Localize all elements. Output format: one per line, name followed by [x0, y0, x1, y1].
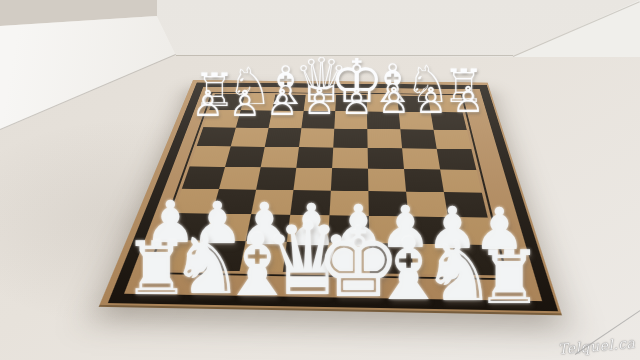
square-d4[interactable] — [293, 168, 332, 191]
square-c5[interactable] — [261, 147, 299, 168]
piece-clear-pawn-a7[interactable]: ♙ — [190, 86, 226, 122]
square-g4[interactable] — [404, 169, 444, 192]
square-h6[interactable] — [434, 130, 472, 149]
square-h5[interactable] — [437, 149, 477, 170]
piece-clear-pawn-f7[interactable]: ♙ — [376, 83, 412, 119]
square-b5[interactable] — [225, 146, 265, 167]
square-a5[interactable] — [190, 146, 231, 167]
square-c6[interactable] — [265, 128, 302, 147]
piece-clear-pawn-d7[interactable]: ♙ — [301, 84, 337, 120]
square-a6[interactable] — [197, 127, 236, 146]
square-b6[interactable] — [231, 128, 269, 147]
square-e4[interactable] — [331, 168, 369, 191]
square-c4[interactable] — [256, 167, 296, 190]
square-e6[interactable] — [333, 129, 367, 148]
square-a4[interactable] — [182, 166, 225, 189]
piece-clear-pawn-c7[interactable]: ♙ — [264, 85, 300, 121]
square-b4[interactable] — [219, 167, 261, 190]
square-f4[interactable] — [368, 169, 406, 192]
square-g5[interactable] — [402, 148, 440, 169]
square-f6[interactable] — [367, 129, 402, 148]
square-d6[interactable] — [299, 128, 334, 147]
square-h4[interactable] — [440, 169, 482, 192]
square-e5[interactable] — [332, 148, 368, 169]
piece-clear-pawn-b7[interactable]: ♙ — [227, 86, 263, 122]
square-f5[interactable] — [368, 148, 404, 169]
piece-frosted-rook-h1[interactable]: ♜ — [472, 240, 546, 314]
piece-clear-pawn-h7[interactable]: ♙ — [450, 82, 486, 118]
piece-clear-pawn-g7[interactable]: ♙ — [413, 83, 449, 119]
square-g6[interactable] — [400, 129, 436, 148]
piece-clear-pawn-e7[interactable]: ♙ — [339, 84, 375, 120]
square-d5[interactable] — [296, 147, 333, 168]
photo-scene: ♖♘♗♕♔♗♘♖♙♙♙♙♙♙♙♙♟♟♟♟♟♟♟♟♜♞♝♛♚♝♞♜ Telquel… — [0, 0, 640, 360]
